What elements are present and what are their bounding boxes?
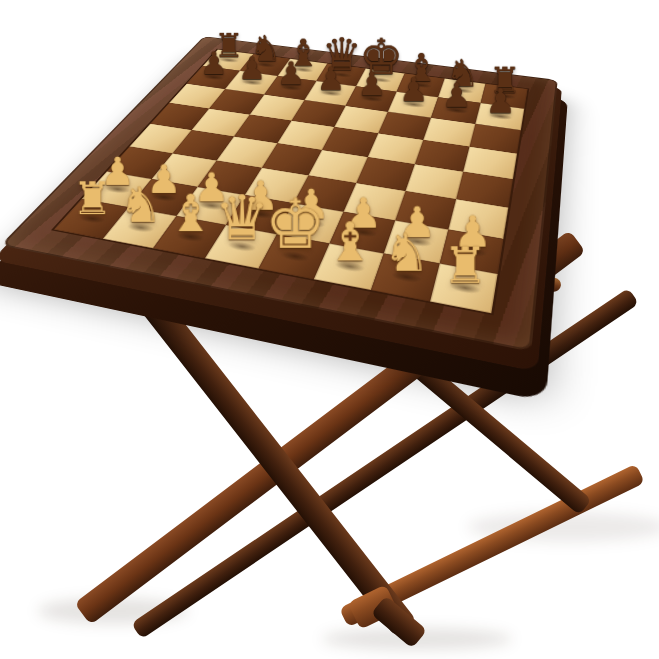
piece-white-king[interactable]: ♚ [263,190,324,259]
square-h1[interactable]: ♜ [429,264,497,314]
piece-white-bishop[interactable]: ♝ [325,215,373,269]
scene: ♜♞♝♛♚♝♞♜♟♟♟♟♟♟♟♟♟♟♟♟♟♟♟♟♜♞♝♛♚♝♞♜ [0,0,659,659]
piece-black-pawn[interactable]: ♟ [357,68,386,100]
piece-black-pawn[interactable]: ♟ [199,48,227,79]
board-3d: ♜♞♝♛♚♝♞♜♟♟♟♟♟♟♟♟♟♟♟♟♟♟♟♟♜♞♝♛♚♝♞♜ [0,36,557,351]
square-f7[interactable]: ♟ [387,92,437,118]
piece-black-pawn[interactable]: ♟ [276,58,304,90]
square-g1[interactable]: ♞ [370,253,439,301]
piece-black-pawn[interactable]: ♟ [485,84,515,118]
piece-white-rook[interactable]: ♜ [441,239,486,290]
piece-black-pawn[interactable]: ♟ [398,73,427,106]
piece-black-pawn[interactable]: ♟ [441,79,471,112]
piece-white-knight[interactable]: ♞ [382,227,429,279]
piece-black-pawn[interactable]: ♟ [316,63,345,95]
piece-white-knight[interactable]: ♞ [118,181,161,229]
piece-white-queen[interactable]: ♛ [214,187,269,249]
square-f4[interactable] [356,157,415,191]
piece-white-rook[interactable]: ♜ [71,175,112,220]
piece-black-pawn[interactable]: ♟ [237,53,265,84]
board-perspective: ♜♞♝♛♚♝♞♜♟♟♟♟♟♟♟♟♟♟♟♟♟♟♟♟♜♞♝♛♚♝♞♜ [102,0,542,370]
square-f5[interactable] [367,133,423,164]
piece-white-bishop[interactable]: ♝ [167,187,213,238]
